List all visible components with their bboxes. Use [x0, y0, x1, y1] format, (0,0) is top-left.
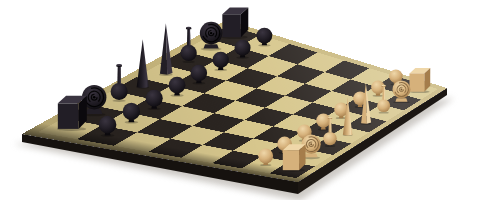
- chess-set-photo: [0, 0, 482, 200]
